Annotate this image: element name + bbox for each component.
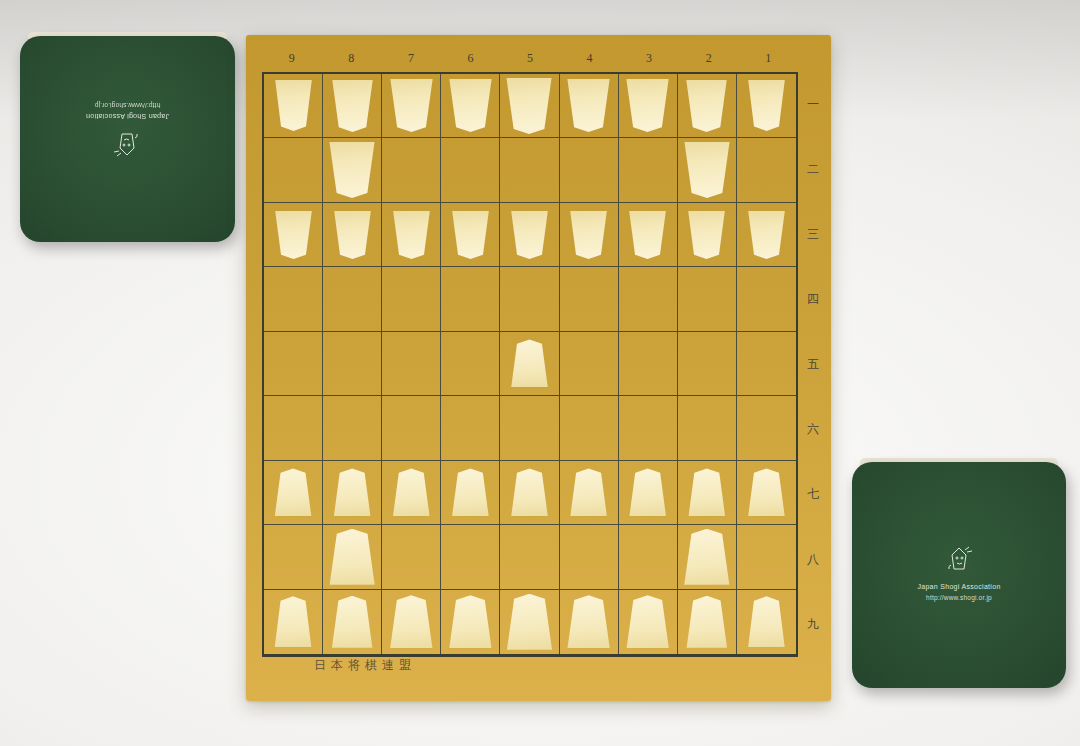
square-5-4[interactable] — [500, 267, 559, 331]
square-6-6[interactable] — [441, 396, 500, 460]
file-labels: 987654321 — [262, 51, 798, 69]
piece-kanji-label: 玉将 — [521, 78, 538, 81]
piece-kanji-label: 歩兵 — [404, 513, 418, 516]
square-8-8[interactable]: 角行 — [323, 525, 382, 589]
piece-gote-pawn[interactable]: 歩兵 — [510, 211, 549, 259]
piece-kanji-label: 飛車 — [344, 142, 361, 145]
square-6-8[interactable] — [441, 525, 500, 589]
piece-kanji-label: 歩兵 — [404, 211, 418, 214]
piece-gote-pawn[interactable]: 歩兵 — [687, 211, 726, 259]
jsa-mascot-logo-icon — [113, 124, 143, 160]
jsa-mascot-logo-icon — [944, 543, 974, 579]
square-6-1[interactable]: 金将 — [441, 74, 500, 138]
square-3-4[interactable] — [619, 267, 678, 331]
piece-kanji-label: 桂馬 — [699, 645, 715, 648]
square-4-5[interactable] — [560, 332, 619, 396]
file-label-6: 6 — [441, 51, 501, 69]
square-1-7[interactable]: 歩兵 — [737, 461, 796, 525]
square-7-6[interactable] — [382, 396, 441, 460]
rank-labels: 一二三四五六七八九 — [804, 72, 822, 657]
piece-kanji-label: 歩兵 — [522, 513, 536, 516]
square-3-5[interactable] — [619, 332, 678, 396]
jsa-url-text: http://www.shogi.or.jp — [852, 593, 1066, 602]
file-label-3: 3 — [619, 51, 679, 69]
piece-gote-pawn[interactable]: 歩兵 — [392, 211, 431, 259]
piece-sente-lance[interactable]: 香車 — [747, 596, 786, 647]
piece-kanji-label: 歩兵 — [345, 513, 359, 516]
piece-gote-lance[interactable]: 香車 — [747, 80, 786, 131]
square-7-5[interactable] — [382, 332, 441, 396]
piece-kanji-label: 桂馬 — [344, 80, 360, 83]
piece-gote-pawn[interactable]: 歩兵 — [274, 211, 313, 259]
square-7-7[interactable]: 歩兵 — [382, 461, 441, 525]
piece-sente-knight[interactable]: 桂馬 — [331, 596, 374, 648]
square-1-2[interactable] — [737, 138, 796, 202]
square-1-5[interactable] — [737, 332, 796, 396]
square-5-8[interactable] — [500, 525, 559, 589]
piece-kanji-label: 歩兵 — [286, 513, 300, 516]
square-3-9[interactable]: 銀将 — [619, 590, 678, 654]
piece-kanji-label: 香車 — [286, 80, 300, 83]
piece-kanji-label: 歩兵 — [582, 211, 596, 214]
square-9-8[interactable] — [264, 525, 323, 589]
square-8-5[interactable] — [323, 332, 382, 396]
square-9-5[interactable] — [264, 332, 323, 396]
piece-kanji-label: 金将 — [581, 645, 597, 648]
square-4-1[interactable]: 金将 — [560, 74, 619, 138]
piece-kanji-label: 金将 — [581, 79, 597, 82]
piece-sente-gold[interactable]: 金将 — [448, 595, 493, 648]
piece-kanji-label: 歩兵 — [582, 513, 596, 516]
square-2-3[interactable]: 歩兵 — [678, 203, 737, 267]
piece-sente-lance[interactable]: 香車 — [274, 596, 313, 647]
piece-kanji-label: 金将 — [462, 79, 478, 82]
piece-gote-gold[interactable]: 金将 — [448, 79, 493, 132]
piece-kanji-label: 歩兵 — [345, 211, 359, 214]
piece-sente-pawn[interactable]: 歩兵 — [333, 468, 372, 516]
piece-sente-pawn[interactable]: 歩兵 — [687, 468, 726, 516]
square-2-2[interactable]: 角行 — [678, 138, 737, 202]
square-2-6[interactable] — [678, 396, 737, 460]
piece-sente-knight[interactable]: 桂馬 — [685, 596, 728, 648]
piece-kanji-label: 歩兵 — [700, 211, 714, 214]
square-6-9[interactable]: 金将 — [441, 590, 500, 654]
square-8-7[interactable]: 歩兵 — [323, 461, 382, 525]
square-7-3[interactable]: 歩兵 — [382, 203, 441, 267]
piece-kanji-label: 飛車 — [698, 582, 715, 585]
square-7-2[interactable] — [382, 138, 441, 202]
piece-kanji-label: 歩兵 — [759, 513, 773, 516]
square-3-7[interactable]: 歩兵 — [619, 461, 678, 525]
square-8-1[interactable]: 桂馬 — [323, 74, 382, 138]
rank-label-5: 五 — [804, 332, 822, 397]
square-2-5[interactable] — [678, 332, 737, 396]
jsa-url-text: http://www.shogi.or.jp — [20, 101, 235, 110]
piece-kanji-label: 香車 — [759, 80, 773, 83]
piece-gote-pawn[interactable]: 歩兵 — [569, 211, 608, 259]
square-9-4[interactable] — [264, 267, 323, 331]
piece-gote-knight[interactable]: 桂馬 — [685, 80, 728, 132]
rank-label-3: 三 — [804, 202, 822, 267]
photo-background: { "game": { "name": "Shogi", "descriptio… — [0, 0, 1080, 746]
piece-kanji-label: 桂馬 — [699, 80, 715, 83]
piece-sente-pawn[interactable]: 歩兵 — [451, 468, 490, 516]
piece-kanji-label: 歩兵 — [286, 211, 300, 214]
rank-label-1: 一 — [804, 72, 822, 137]
piece-kanji-label: 銀将 — [640, 79, 656, 82]
piece-kanji-label: 王将 — [521, 647, 538, 650]
piece-sente-pawn[interactable]: 歩兵 — [274, 468, 313, 516]
square-5-3[interactable]: 歩兵 — [500, 203, 559, 267]
piece-gote-silver[interactable]: 銀将 — [389, 79, 434, 132]
square-3-2[interactable] — [619, 138, 678, 202]
square-5-9[interactable]: 王将 — [500, 590, 559, 654]
square-6-4[interactable] — [441, 267, 500, 331]
square-6-7[interactable]: 歩兵 — [441, 461, 500, 525]
piece-gote-gold[interactable]: 金将 — [566, 79, 611, 132]
square-2-8[interactable]: 飛車 — [678, 525, 737, 589]
square-6-5[interactable] — [441, 332, 500, 396]
square-9-6[interactable] — [264, 396, 323, 460]
piece-kanji-label: 角行 — [344, 582, 361, 585]
piece-kanji-label: 歩兵 — [463, 211, 477, 214]
square-1-6[interactable] — [737, 396, 796, 460]
square-4-3[interactable]: 歩兵 — [560, 203, 619, 267]
rank-label-4: 四 — [804, 267, 822, 332]
file-label-9: 9 — [262, 51, 322, 69]
piece-gote-pawn[interactable]: 歩兵 — [333, 211, 372, 259]
piece-gote-bishop[interactable]: 角行 — [683, 142, 731, 198]
mat-print-area: Japan Shogi Association http://www.shogi… — [20, 36, 235, 242]
piece-sente-pawn[interactable]: 歩兵 — [510, 339, 549, 387]
piece-gote-rook[interactable]: 飛車 — [328, 142, 376, 198]
board-brand-text: 日本将棋連盟 — [314, 657, 416, 674]
piece-kanji-label: 金将 — [462, 645, 478, 648]
rank-label-7: 七 — [804, 462, 822, 527]
rank-label-9: 九 — [804, 592, 822, 657]
square-4-6[interactable] — [560, 396, 619, 460]
piece-kanji-label: 香車 — [286, 644, 300, 647]
square-8-6[interactable] — [323, 396, 382, 460]
piece-kanji-label: 歩兵 — [641, 513, 655, 516]
square-9-2[interactable] — [264, 138, 323, 202]
file-label-2: 2 — [679, 51, 739, 69]
square-9-9[interactable]: 香車 — [264, 590, 323, 654]
piece-gote-pawn[interactable]: 歩兵 — [451, 211, 490, 259]
piece-kanji-label: 角行 — [698, 142, 715, 145]
file-label-4: 4 — [560, 51, 620, 69]
file-label-7: 7 — [381, 51, 441, 69]
file-label-1: 1 — [738, 51, 798, 69]
square-5-5[interactable]: 歩兵 — [500, 332, 559, 396]
mat-print-area: Japan Shogi Association http://www.shogi… — [852, 462, 1066, 688]
piece-kanji-label: 桂馬 — [344, 645, 360, 648]
square-2-7[interactable]: 歩兵 — [678, 461, 737, 525]
square-8-9[interactable]: 桂馬 — [323, 590, 382, 654]
square-7-9[interactable]: 銀将 — [382, 590, 441, 654]
piece-sente-pawn[interactable]: 歩兵 — [747, 468, 786, 516]
square-3-8[interactable] — [619, 525, 678, 589]
square-3-3[interactable]: 歩兵 — [619, 203, 678, 267]
square-8-2[interactable]: 飛車 — [323, 138, 382, 202]
square-1-4[interactable] — [737, 267, 796, 331]
square-9-7[interactable]: 歩兵 — [264, 461, 323, 525]
square-7-4[interactable] — [382, 267, 441, 331]
square-9-1[interactable]: 香車 — [264, 74, 323, 138]
piece-gote-pawn[interactable]: 歩兵 — [747, 211, 786, 259]
piece-sente-rook[interactable]: 飛車 — [683, 529, 731, 585]
square-2-4[interactable] — [678, 267, 737, 331]
piece-kanji-label: 歩兵 — [463, 513, 477, 516]
square-7-8[interactable] — [382, 525, 441, 589]
square-4-4[interactable] — [560, 267, 619, 331]
piece-sente-bishop[interactable]: 角行 — [328, 529, 376, 585]
jsa-association-text: Japan Shogi Association — [852, 582, 1066, 593]
rank-label-2: 二 — [804, 137, 822, 202]
square-2-1[interactable]: 桂馬 — [678, 74, 737, 138]
file-label-5: 5 — [500, 51, 560, 69]
square-1-1[interactable]: 香車 — [737, 74, 796, 138]
piece-kanji-label: 歩兵 — [522, 211, 536, 214]
piece-sente-pawn[interactable]: 歩兵 — [569, 468, 608, 516]
piece-sente-pawn[interactable]: 歩兵 — [392, 468, 431, 516]
piece-kanji-label: 歩兵 — [759, 211, 773, 214]
square-9-3[interactable]: 歩兵 — [264, 203, 323, 267]
square-7-1[interactable]: 銀将 — [382, 74, 441, 138]
piece-gote-king[interactable]: 玉将 — [505, 78, 553, 134]
piece-kanji-label: 銀将 — [403, 79, 419, 82]
piece-sente-king[interactable]: 王将 — [505, 594, 553, 650]
square-3-1[interactable]: 銀将 — [619, 74, 678, 138]
piece-gote-silver[interactable]: 銀将 — [625, 79, 670, 132]
square-5-2[interactable] — [500, 138, 559, 202]
piece-kanji-label: 歩兵 — [641, 211, 655, 214]
square-6-3[interactable]: 歩兵 — [441, 203, 500, 267]
piece-sente-gold[interactable]: 金将 — [566, 595, 611, 648]
piece-kanji-label: 歩兵 — [700, 513, 714, 516]
square-1-3[interactable]: 歩兵 — [737, 203, 796, 267]
piece-gote-knight[interactable]: 桂馬 — [331, 80, 374, 132]
square-4-2[interactable] — [560, 138, 619, 202]
piece-sente-pawn[interactable]: 歩兵 — [628, 468, 667, 516]
square-4-9[interactable]: 金将 — [560, 590, 619, 654]
rank-label-8: 八 — [804, 527, 822, 592]
piece-gote-lance[interactable]: 香車 — [274, 80, 313, 131]
piece-kanji-label: 銀将 — [640, 645, 656, 648]
square-5-7[interactable]: 歩兵 — [500, 461, 559, 525]
piece-kanji-label: 銀将 — [403, 645, 419, 648]
piece-sente-silver[interactable]: 銀将 — [625, 595, 670, 648]
piece-stand-mat-bottom-right: Japan Shogi Association http://www.shogi… — [852, 462, 1066, 688]
piece-sente-pawn[interactable]: 歩兵 — [510, 468, 549, 516]
square-3-6[interactable] — [619, 396, 678, 460]
square-5-1[interactable]: 玉将 — [500, 74, 559, 138]
square-5-6[interactable] — [500, 396, 559, 460]
square-8-4[interactable] — [323, 267, 382, 331]
square-4-7[interactable]: 歩兵 — [560, 461, 619, 525]
rank-label-6: 六 — [804, 397, 822, 462]
piece-gote-pawn[interactable]: 歩兵 — [628, 211, 667, 259]
piece-kanji-label: 香車 — [759, 644, 773, 647]
square-2-9[interactable]: 桂馬 — [678, 590, 737, 654]
square-1-8[interactable] — [737, 525, 796, 589]
piece-sente-silver[interactable]: 銀将 — [389, 595, 434, 648]
square-6-2[interactable] — [441, 138, 500, 202]
file-label-8: 8 — [322, 51, 382, 69]
jsa-association-text: Japan Shogi Association — [20, 110, 235, 121]
shogi-board: 987654321 一二三四五六七八九 香車桂馬銀将金将玉将金将銀将桂馬香車飛車… — [246, 35, 831, 701]
square-8-3[interactable]: 歩兵 — [323, 203, 382, 267]
piece-kanji-label: 歩兵 — [522, 384, 536, 387]
board-grid: 香車桂馬銀将金将玉将金将銀将桂馬香車飛車角行歩兵歩兵歩兵歩兵歩兵歩兵歩兵歩兵歩兵… — [262, 72, 798, 657]
piece-stand-mat-top-left: Japan Shogi Association http://www.shogi… — [20, 36, 235, 242]
square-1-9[interactable]: 香車 — [737, 590, 796, 654]
square-4-8[interactable] — [560, 525, 619, 589]
